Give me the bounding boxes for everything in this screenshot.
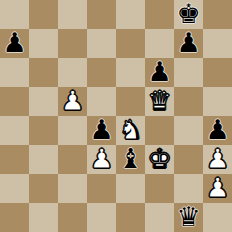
square-c5[interactable]: ♟ (58, 87, 87, 116)
piece-white-pawn[interactable]: ♟ (205, 144, 229, 173)
square-b7[interactable] (29, 29, 58, 58)
square-c1[interactable] (58, 203, 87, 232)
square-d4[interactable]: ♟ (87, 116, 116, 145)
square-a3[interactable] (0, 145, 29, 174)
piece-black-pawn[interactable]: ♟ (2, 28, 26, 57)
square-g7[interactable]: ♟ (174, 29, 203, 58)
square-a4[interactable] (0, 116, 29, 145)
square-g3[interactable] (174, 145, 203, 174)
square-g2[interactable] (174, 174, 203, 203)
square-f1[interactable] (145, 203, 174, 232)
square-h5[interactable] (203, 87, 232, 116)
piece-white-queen[interactable]: ♛ (147, 86, 171, 115)
square-f6[interactable]: ♟ (145, 58, 174, 87)
square-a8[interactable] (0, 0, 29, 29)
square-b8[interactable] (29, 0, 58, 29)
piece-white-pawn[interactable]: ♟ (89, 144, 113, 173)
piece-white-knight[interactable]: ♞ (118, 115, 142, 144)
piece-black-pawn[interactable]: ♟ (89, 115, 113, 144)
square-e8[interactable] (116, 0, 145, 29)
square-h6[interactable] (203, 58, 232, 87)
square-c3[interactable] (58, 145, 87, 174)
square-h4[interactable]: ♟ (203, 116, 232, 145)
square-f3[interactable]: ♚ (145, 145, 174, 174)
square-a6[interactable] (0, 58, 29, 87)
piece-black-king[interactable]: ♚ (176, 0, 200, 28)
square-c6[interactable] (58, 58, 87, 87)
square-f8[interactable] (145, 0, 174, 29)
square-d8[interactable] (87, 0, 116, 29)
square-a7[interactable]: ♟ (0, 29, 29, 58)
piece-black-bishop[interactable]: ♝ (118, 144, 142, 173)
square-g8[interactable]: ♚ (174, 0, 203, 29)
square-f5[interactable]: ♛ (145, 87, 174, 116)
square-a5[interactable] (0, 87, 29, 116)
square-c8[interactable] (58, 0, 87, 29)
square-d2[interactable] (87, 174, 116, 203)
square-f4[interactable] (145, 116, 174, 145)
square-d7[interactable] (87, 29, 116, 58)
square-c2[interactable] (58, 174, 87, 203)
square-f7[interactable] (145, 29, 174, 58)
square-h1[interactable] (203, 203, 232, 232)
square-h7[interactable] (203, 29, 232, 58)
square-e2[interactable] (116, 174, 145, 203)
square-a2[interactable] (0, 174, 29, 203)
piece-white-pawn[interactable]: ♟ (205, 173, 229, 202)
square-h2[interactable]: ♟ (203, 174, 232, 203)
square-g1[interactable]: ♛ (174, 203, 203, 232)
square-d5[interactable] (87, 87, 116, 116)
piece-white-king[interactable]: ♚ (147, 144, 171, 173)
piece-white-pawn[interactable]: ♟ (60, 86, 84, 115)
square-f2[interactable] (145, 174, 174, 203)
square-a1[interactable] (0, 203, 29, 232)
square-h8[interactable] (203, 0, 232, 29)
square-d1[interactable] (87, 203, 116, 232)
square-b4[interactable] (29, 116, 58, 145)
square-g4[interactable] (174, 116, 203, 145)
piece-black-pawn[interactable]: ♟ (176, 28, 200, 57)
square-e7[interactable] (116, 29, 145, 58)
square-d3[interactable]: ♟ (87, 145, 116, 174)
square-c7[interactable] (58, 29, 87, 58)
square-c4[interactable] (58, 116, 87, 145)
piece-black-queen[interactable]: ♛ (176, 202, 200, 231)
square-b5[interactable] (29, 87, 58, 116)
square-b3[interactable] (29, 145, 58, 174)
square-e1[interactable] (116, 203, 145, 232)
chess-board: ♚♟♟♟♟♛♟♞♟♟♝♚♟♟♛ (0, 0, 232, 232)
square-e6[interactable] (116, 58, 145, 87)
square-h3[interactable]: ♟ (203, 145, 232, 174)
square-d6[interactable] (87, 58, 116, 87)
square-e4[interactable]: ♞ (116, 116, 145, 145)
square-e5[interactable] (116, 87, 145, 116)
square-b1[interactable] (29, 203, 58, 232)
square-b2[interactable] (29, 174, 58, 203)
square-e3[interactable]: ♝ (116, 145, 145, 174)
piece-black-pawn[interactable]: ♟ (205, 115, 229, 144)
square-b6[interactable] (29, 58, 58, 87)
piece-black-pawn[interactable]: ♟ (147, 57, 171, 86)
square-g5[interactable] (174, 87, 203, 116)
square-g6[interactable] (174, 58, 203, 87)
